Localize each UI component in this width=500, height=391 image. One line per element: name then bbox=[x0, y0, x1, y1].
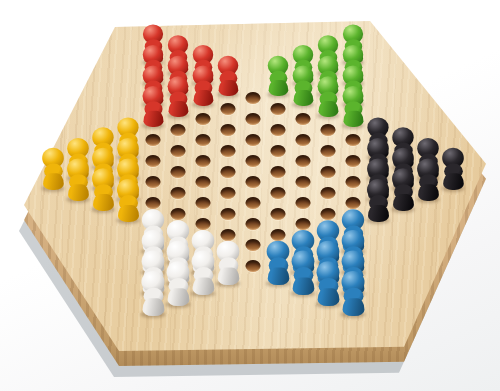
peg-base bbox=[43, 173, 64, 190]
board-hole[interactable] bbox=[321, 145, 336, 157]
board-hole[interactable] bbox=[146, 197, 161, 209]
peg-base bbox=[93, 194, 114, 211]
scene bbox=[0, 0, 500, 391]
board-hole[interactable] bbox=[221, 103, 236, 115]
board-hole[interactable] bbox=[271, 103, 286, 115]
board-hole[interactable] bbox=[296, 176, 311, 188]
peg-base bbox=[118, 205, 139, 222]
board-hole[interactable] bbox=[171, 208, 186, 220]
peg-base bbox=[218, 80, 238, 96]
peg-black[interactable] bbox=[365, 179, 391, 222]
board-hole[interactable] bbox=[246, 218, 261, 230]
peg-base bbox=[192, 277, 214, 295]
board-hole[interactable] bbox=[346, 155, 361, 167]
board-hole[interactable] bbox=[296, 197, 311, 209]
board-hole[interactable] bbox=[346, 176, 361, 188]
peg-base bbox=[217, 267, 239, 285]
board-hole[interactable] bbox=[321, 166, 336, 178]
peg-yellow[interactable] bbox=[40, 148, 66, 190]
peg-black[interactable] bbox=[415, 158, 441, 201]
board-hole[interactable] bbox=[296, 218, 311, 230]
board-hole[interactable] bbox=[246, 197, 261, 209]
board-hole[interactable] bbox=[171, 166, 186, 178]
board-hole[interactable] bbox=[196, 218, 211, 230]
board-hole[interactable] bbox=[271, 229, 286, 241]
peg-black[interactable] bbox=[390, 168, 416, 211]
peg-base bbox=[342, 298, 364, 316]
peg-yellow[interactable] bbox=[65, 158, 91, 201]
peg-base bbox=[393, 194, 414, 211]
peg-yellow[interactable] bbox=[115, 179, 141, 222]
board-hole[interactable] bbox=[296, 155, 311, 167]
board-hole[interactable] bbox=[246, 239, 261, 251]
board-hole[interactable] bbox=[146, 155, 161, 167]
peg-red[interactable] bbox=[141, 86, 166, 127]
board-hole[interactable] bbox=[221, 145, 236, 157]
peg-base bbox=[443, 173, 464, 190]
board-hole[interactable] bbox=[221, 124, 236, 136]
peg-white[interactable] bbox=[164, 261, 191, 306]
peg-blue[interactable] bbox=[290, 250, 317, 295]
peg-base bbox=[268, 80, 288, 96]
peg-white[interactable] bbox=[139, 271, 166, 316]
board-hole[interactable] bbox=[271, 145, 286, 157]
board-hole[interactable] bbox=[346, 134, 361, 146]
peg-base bbox=[267, 267, 289, 285]
board-hole[interactable] bbox=[246, 176, 261, 188]
board-hole[interactable] bbox=[296, 113, 311, 125]
board-hole[interactable] bbox=[171, 124, 186, 136]
board-hole[interactable] bbox=[221, 208, 236, 220]
board-hole[interactable] bbox=[171, 187, 186, 199]
peg-red[interactable] bbox=[191, 66, 215, 107]
board-hole[interactable] bbox=[221, 187, 236, 199]
peg-base bbox=[193, 90, 213, 106]
board-hole[interactable] bbox=[146, 134, 161, 146]
peg-green[interactable] bbox=[341, 86, 366, 127]
board-hole[interactable] bbox=[271, 124, 286, 136]
peg-blue[interactable] bbox=[265, 240, 292, 284]
board-hole[interactable] bbox=[196, 155, 211, 167]
peg-base bbox=[142, 298, 164, 316]
peg-black[interactable] bbox=[440, 148, 466, 190]
peg-base bbox=[418, 184, 439, 201]
board-hole[interactable] bbox=[196, 176, 211, 188]
peg-base bbox=[167, 288, 189, 306]
board-hole[interactable] bbox=[246, 155, 261, 167]
board-hole[interactable] bbox=[246, 134, 261, 146]
peg-green[interactable] bbox=[316, 76, 341, 117]
peg-base bbox=[143, 111, 163, 127]
peg-base bbox=[168, 100, 188, 116]
board-hole[interactable] bbox=[321, 124, 336, 136]
board-hole[interactable] bbox=[196, 134, 211, 146]
peg-base bbox=[318, 100, 338, 116]
board-hole[interactable] bbox=[221, 229, 236, 241]
board-hole[interactable] bbox=[221, 166, 236, 178]
peg-green[interactable] bbox=[291, 66, 315, 107]
board-hole[interactable] bbox=[171, 145, 186, 157]
peg-base bbox=[68, 184, 89, 201]
peg-white[interactable] bbox=[190, 250, 217, 295]
peg-base bbox=[293, 90, 313, 106]
board-hole[interactable] bbox=[196, 197, 211, 209]
board-hole[interactable] bbox=[321, 208, 336, 220]
board-hole[interactable] bbox=[246, 113, 261, 125]
board-hole[interactable] bbox=[296, 134, 311, 146]
peg-base bbox=[343, 111, 363, 127]
board-hole[interactable] bbox=[271, 208, 286, 220]
board-hole[interactable] bbox=[246, 92, 261, 104]
board-hole[interactable] bbox=[196, 113, 211, 125]
board-hole[interactable] bbox=[271, 166, 286, 178]
board-hole[interactable] bbox=[146, 176, 161, 188]
peg-white[interactable] bbox=[215, 240, 242, 284]
board-hole[interactable] bbox=[321, 187, 336, 199]
peg-blue[interactable] bbox=[339, 271, 366, 316]
board-hole[interactable] bbox=[246, 260, 261, 272]
peg-red[interactable] bbox=[216, 55, 240, 95]
peg-blue[interactable] bbox=[314, 261, 341, 306]
peg-base bbox=[368, 205, 389, 222]
board-hole[interactable] bbox=[346, 197, 361, 209]
board-hole[interactable] bbox=[271, 187, 286, 199]
peg-green[interactable] bbox=[266, 55, 290, 95]
peg-red[interactable] bbox=[166, 76, 191, 117]
peg-base bbox=[317, 288, 339, 306]
peg-base bbox=[292, 277, 314, 295]
peg-yellow[interactable] bbox=[90, 168, 116, 211]
